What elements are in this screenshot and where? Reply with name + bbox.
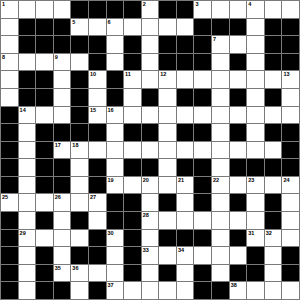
cell-10-14[interactable]: 23 (247, 177, 264, 194)
cell-16-4[interactable] (71, 282, 88, 299)
black-cell-0-5 (89, 1, 106, 18)
black-cell-16-12 (212, 282, 229, 299)
cell-5-16[interactable] (282, 89, 299, 106)
cell-16-10[interactable] (177, 282, 194, 299)
cell-6-5[interactable]: 15 (89, 107, 106, 124)
clue-number-3: 3 (195, 1, 198, 7)
cell-13-4[interactable] (71, 230, 88, 247)
cell-11-4[interactable] (71, 194, 88, 211)
black-cell-3-16 (282, 54, 299, 71)
cell-6-3[interactable] (54, 107, 71, 124)
clue-number-33: 33 (143, 247, 149, 253)
black-cell-3-13 (230, 54, 247, 71)
black-cell-15-7 (124, 265, 141, 282)
black-cell-16-3 (54, 282, 71, 299)
cell-8-11[interactable] (194, 142, 211, 159)
black-cell-2-2 (36, 36, 53, 53)
black-cell-13-5 (89, 230, 106, 247)
cell-0-15[interactable] (265, 1, 282, 18)
clue-number-6: 6 (108, 19, 111, 25)
cell-1-5[interactable] (89, 19, 106, 36)
cell-11-8[interactable] (142, 194, 159, 211)
cell-16-15[interactable] (265, 282, 282, 299)
cell-11-0[interactable]: 25 (1, 194, 18, 211)
clue-number-21: 21 (178, 177, 184, 183)
black-cell-2-16 (282, 36, 299, 53)
cell-15-10[interactable] (177, 265, 194, 282)
cell-11-12[interactable] (212, 194, 229, 211)
cell-6-13[interactable] (230, 107, 247, 124)
black-cell-3-15 (265, 54, 282, 71)
black-cell-2-10 (177, 36, 194, 53)
black-cell-3-5 (89, 54, 106, 71)
cell-10-7[interactable] (124, 177, 141, 194)
black-cell-9-8 (142, 159, 159, 176)
black-cell-8-0 (1, 142, 18, 159)
clue-number-12: 12 (160, 71, 166, 77)
clue-number-1: 1 (2, 1, 5, 7)
cell-0-3[interactable] (54, 1, 71, 18)
cell-4-10[interactable] (177, 71, 194, 88)
cell-4-5[interactable]: 10 (89, 71, 106, 88)
cell-5-0[interactable] (1, 89, 18, 106)
cell-2-14[interactable] (247, 36, 264, 53)
black-cell-11-15 (265, 194, 282, 211)
cell-13-6[interactable]: 30 (107, 230, 124, 247)
black-cell-0-7 (124, 1, 141, 18)
black-cell-5-2 (36, 89, 53, 106)
cell-8-5[interactable] (89, 142, 106, 159)
black-cell-5-4 (71, 89, 88, 106)
cell-6-1[interactable]: 14 (19, 107, 36, 124)
clue-number-28: 28 (143, 212, 149, 218)
cell-10-13[interactable] (230, 177, 247, 194)
cell-8-10[interactable] (177, 142, 194, 159)
cell-11-2[interactable] (36, 194, 53, 211)
cell-9-6[interactable] (107, 159, 124, 176)
black-cell-2-11 (194, 36, 211, 53)
black-cell-12-2 (36, 212, 53, 229)
cell-3-8[interactable] (142, 54, 159, 71)
cell-14-1[interactable] (19, 247, 36, 264)
cell-15-12[interactable] (212, 265, 229, 282)
cell-13-16[interactable] (282, 230, 299, 247)
clue-number-34: 34 (178, 247, 184, 253)
black-cell-13-0 (1, 230, 18, 247)
cell-16-8[interactable] (142, 282, 159, 299)
black-cell-14-16 (282, 247, 299, 264)
black-cell-7-0 (1, 124, 18, 141)
black-cell-7-15 (265, 124, 282, 141)
cell-4-7[interactable]: 11 (124, 71, 141, 88)
cell-3-0[interactable]: 8 (1, 54, 18, 71)
black-cell-6-4 (71, 107, 88, 124)
black-cell-11-9 (159, 194, 176, 211)
black-cell-7-11 (194, 124, 211, 141)
black-cell-9-10 (177, 159, 194, 176)
cell-14-10[interactable]: 34 (177, 247, 194, 264)
cell-16-13[interactable]: 38 (230, 282, 247, 299)
cell-15-3[interactable]: 35 (54, 265, 71, 282)
cell-8-7[interactable] (124, 142, 141, 159)
clue-number-32: 32 (266, 230, 272, 236)
clue-number-26: 26 (55, 194, 61, 200)
cell-13-8[interactable] (142, 230, 159, 247)
black-cell-5-6 (107, 89, 124, 106)
cell-0-12[interactable] (212, 1, 229, 18)
cell-3-2[interactable] (36, 54, 53, 71)
cell-1-8[interactable] (142, 19, 159, 36)
cell-5-3[interactable] (54, 89, 71, 106)
clue-number-14: 14 (20, 107, 26, 113)
cell-12-3[interactable] (54, 212, 71, 229)
cell-2-13[interactable] (230, 36, 247, 53)
black-cell-12-15 (265, 212, 282, 229)
cell-6-10[interactable] (177, 107, 194, 124)
cell-12-8[interactable]: 28 (142, 212, 159, 229)
clue-number-23: 23 (248, 177, 254, 183)
clue-number-29: 29 (20, 230, 26, 236)
black-cell-9-14 (247, 159, 264, 176)
clue-number-13: 13 (283, 71, 289, 77)
cell-1-9[interactable] (159, 19, 176, 36)
black-cell-5-11 (194, 89, 211, 106)
cell-5-9[interactable] (159, 89, 176, 106)
cell-6-8[interactable] (142, 107, 159, 124)
black-cell-10-5 (89, 177, 106, 194)
cell-8-8[interactable] (142, 142, 159, 159)
cell-4-8[interactable] (142, 71, 159, 88)
cell-15-8[interactable] (142, 265, 159, 282)
cell-13-14[interactable]: 31 (247, 230, 264, 247)
clue-number-37: 37 (108, 282, 114, 288)
cell-10-15[interactable] (265, 177, 282, 194)
cell-8-14[interactable] (247, 142, 264, 159)
black-cell-14-5 (89, 247, 106, 264)
cell-7-12[interactable] (212, 124, 229, 141)
cell-8-6[interactable] (107, 142, 124, 159)
cell-8-15[interactable] (265, 142, 282, 159)
clue-number-24: 24 (283, 177, 289, 183)
black-cell-13-9 (159, 230, 176, 247)
clue-number-17: 17 (55, 142, 61, 148)
cell-1-7[interactable] (124, 19, 141, 36)
cell-12-1[interactable] (19, 212, 36, 229)
cell-9-4[interactable] (71, 159, 88, 176)
black-cell-15-2 (36, 265, 53, 282)
cell-12-12[interactable] (212, 212, 229, 229)
clue-number-22: 22 (213, 177, 219, 183)
cell-3-3[interactable]: 9 (54, 54, 71, 71)
cell-6-15[interactable] (265, 107, 282, 124)
black-cell-5-1 (19, 89, 36, 106)
cell-9-1[interactable] (19, 159, 36, 176)
cell-0-13[interactable] (230, 1, 247, 18)
black-cell-15-16 (282, 265, 299, 282)
cell-16-6[interactable]: 37 (107, 282, 124, 299)
cell-14-13[interactable] (230, 247, 247, 264)
black-cell-10-11 (194, 177, 211, 194)
cell-11-10[interactable] (177, 194, 194, 211)
cell-6-11[interactable] (194, 107, 211, 124)
cell-0-1[interactable] (19, 1, 36, 18)
cell-10-16[interactable]: 24 (282, 177, 299, 194)
cell-14-12[interactable] (212, 247, 229, 264)
black-cell-16-11 (194, 282, 211, 299)
cell-1-0[interactable] (1, 19, 18, 36)
black-cell-9-5 (89, 159, 106, 176)
cell-4-9[interactable]: 12 (159, 71, 176, 88)
black-cell-3-7 (124, 54, 141, 71)
black-cell-3-11 (194, 54, 211, 71)
cell-11-5[interactable]: 27 (89, 194, 106, 211)
cell-5-14[interactable] (247, 89, 264, 106)
black-cell-12-7 (124, 212, 141, 229)
cell-14-3[interactable] (54, 247, 71, 264)
cell-10-12[interactable]: 22 (212, 177, 229, 194)
clue-number-8: 8 (2, 54, 5, 60)
cell-10-1[interactable] (19, 177, 36, 194)
clue-number-30: 30 (108, 230, 114, 236)
cell-13-15[interactable]: 32 (265, 230, 282, 247)
black-cell-0-6 (107, 1, 124, 18)
black-cell-2-15 (265, 36, 282, 53)
black-cell-0-9 (159, 1, 176, 18)
black-cell-1-15 (265, 19, 282, 36)
black-cell-13-10 (177, 230, 194, 247)
cell-4-0[interactable] (1, 71, 18, 88)
cell-15-1[interactable] (19, 265, 36, 282)
cell-4-11[interactable] (194, 71, 211, 88)
cell-0-14[interactable]: 4 (247, 1, 264, 18)
cell-1-14[interactable] (247, 19, 264, 36)
cell-11-3[interactable]: 26 (54, 194, 71, 211)
cell-5-12[interactable] (212, 89, 229, 106)
cell-10-6[interactable]: 19 (107, 177, 124, 194)
cell-4-16[interactable]: 13 (282, 71, 299, 88)
cell-8-1[interactable] (19, 142, 36, 159)
cell-9-12[interactable] (212, 159, 229, 176)
black-cell-9-11 (194, 159, 211, 176)
cell-4-12[interactable] (212, 71, 229, 88)
cell-2-0[interactable] (1, 36, 18, 53)
cell-4-13[interactable] (230, 71, 247, 88)
cell-2-12[interactable]: 7 (212, 36, 229, 53)
cell-15-5[interactable] (89, 265, 106, 282)
black-cell-1-11 (194, 19, 211, 36)
clue-number-16: 16 (108, 107, 114, 113)
black-cell-14-2 (36, 247, 53, 264)
cell-15-15[interactable] (265, 265, 282, 282)
black-cell-15-9 (159, 265, 176, 282)
black-cell-16-5 (89, 282, 106, 299)
cell-0-11[interactable]: 3 (194, 1, 211, 18)
cell-9-9[interactable] (159, 159, 176, 176)
cell-6-14[interactable] (247, 107, 264, 124)
black-cell-7-2 (36, 124, 53, 141)
cell-12-14[interactable] (247, 212, 264, 229)
cell-3-12[interactable] (212, 54, 229, 71)
cell-12-9[interactable] (159, 212, 176, 229)
clue-number-9: 9 (55, 54, 58, 60)
cell-15-6[interactable] (107, 265, 124, 282)
black-cell-15-14 (247, 265, 264, 282)
black-cell-4-6 (107, 71, 124, 88)
cell-6-2[interactable] (36, 107, 53, 124)
black-cell-6-0 (1, 107, 18, 124)
cell-14-15[interactable] (265, 247, 282, 264)
black-cell-1-16 (282, 19, 299, 36)
black-cell-11-13 (230, 194, 247, 211)
black-cell-13-7 (124, 230, 141, 247)
clue-number-18: 18 (72, 142, 78, 148)
black-cell-1-3 (54, 19, 71, 36)
cell-10-9[interactable] (159, 177, 176, 194)
cell-1-4[interactable]: 5 (71, 19, 88, 36)
cell-6-6[interactable]: 16 (107, 107, 124, 124)
black-cell-10-0 (1, 177, 18, 194)
cell-0-16[interactable] (282, 1, 299, 18)
cell-2-6[interactable] (107, 36, 124, 53)
clue-number-4: 4 (248, 1, 251, 7)
black-cell-7-4 (71, 124, 88, 141)
cell-3-1[interactable] (19, 54, 36, 71)
cell-11-16[interactable] (282, 194, 299, 211)
cell-7-1[interactable] (19, 124, 36, 141)
black-cell-1-1 (19, 19, 36, 36)
black-cell-9-15 (265, 159, 282, 176)
cell-4-14[interactable] (247, 71, 264, 88)
black-cell-7-5 (89, 124, 106, 141)
cell-14-6[interactable] (107, 247, 124, 264)
black-cell-13-11 (194, 230, 211, 247)
cell-3-4[interactable] (71, 54, 88, 71)
black-cell-12-6 (107, 212, 124, 229)
clue-number-36: 36 (72, 265, 78, 271)
cell-16-16[interactable] (282, 282, 299, 299)
cell-16-14[interactable] (247, 282, 264, 299)
black-cell-11-11 (194, 194, 211, 211)
cell-13-12[interactable] (212, 230, 229, 247)
cell-2-8[interactable] (142, 36, 159, 53)
cell-16-1[interactable] (19, 282, 36, 299)
cell-1-10[interactable] (177, 19, 194, 36)
cell-8-4[interactable]: 18 (71, 142, 88, 159)
clue-number-38: 38 (231, 282, 237, 288)
black-cell-4-2 (36, 71, 53, 88)
black-cell-14-14 (247, 247, 264, 264)
black-cell-3-10 (177, 54, 194, 71)
cell-8-13[interactable] (230, 142, 247, 159)
cell-6-12[interactable] (212, 107, 229, 124)
black-cell-2-1 (19, 36, 36, 53)
cell-8-3[interactable]: 17 (54, 142, 71, 159)
black-cell-11-7 (124, 194, 141, 211)
black-cell-7-13 (230, 124, 247, 141)
cell-13-3[interactable] (54, 230, 71, 247)
cell-0-2[interactable] (36, 1, 53, 18)
black-cell-2-9 (159, 36, 176, 53)
cell-4-3[interactable] (54, 71, 71, 88)
cell-7-6[interactable] (107, 124, 124, 141)
black-cell-0-10 (177, 1, 194, 18)
clue-number-27: 27 (90, 194, 96, 200)
cell-15-4[interactable]: 36 (71, 265, 88, 282)
clue-number-11: 11 (125, 71, 131, 77)
black-cell-10-3 (54, 177, 71, 194)
cell-0-8[interactable]: 2 (142, 1, 159, 18)
cell-13-1[interactable]: 29 (19, 230, 36, 247)
cell-8-9[interactable] (159, 142, 176, 159)
cell-6-9[interactable] (159, 107, 176, 124)
black-cell-5-15 (265, 89, 282, 106)
black-cell-15-11 (194, 265, 211, 282)
clue-number-20: 20 (143, 177, 149, 183)
clue-number-31: 31 (248, 230, 254, 236)
black-cell-9-0 (1, 159, 18, 176)
cell-12-5[interactable] (89, 212, 106, 229)
black-cell-1-13 (230, 19, 247, 36)
clue-number-35: 35 (55, 265, 61, 271)
cell-14-8[interactable]: 33 (142, 247, 159, 264)
black-cell-2-7 (124, 36, 141, 53)
cell-6-7[interactable] (124, 107, 141, 124)
black-cell-5-8 (142, 89, 159, 106)
cell-3-6[interactable] (107, 54, 124, 71)
black-cell-16-0 (1, 282, 18, 299)
cell-8-12[interactable] (212, 142, 229, 159)
clue-number-15: 15 (90, 107, 96, 113)
cell-10-4[interactable] (71, 177, 88, 194)
cell-14-11[interactable] (194, 247, 211, 264)
cell-12-10[interactable] (177, 212, 194, 229)
black-cell-8-2 (36, 142, 53, 159)
cell-13-2[interactable] (36, 230, 53, 247)
cell-11-1[interactable] (19, 194, 36, 211)
cell-10-10[interactable]: 21 (177, 177, 194, 194)
cell-10-8[interactable]: 20 (142, 177, 159, 194)
black-cell-5-10 (177, 89, 194, 106)
black-cell-13-13 (230, 230, 247, 247)
cell-16-9[interactable] (159, 282, 176, 299)
black-cell-15-13 (230, 265, 247, 282)
cell-4-15[interactable] (265, 71, 282, 88)
cell-3-14[interactable] (247, 54, 264, 71)
cell-12-13[interactable] (230, 212, 247, 229)
cell-5-5[interactable] (89, 89, 106, 106)
cell-1-6[interactable]: 6 (107, 19, 124, 36)
cell-0-0[interactable]: 1 (1, 1, 18, 18)
cell-5-7[interactable] (124, 89, 141, 106)
black-cell-8-16 (282, 142, 299, 159)
cell-14-9[interactable] (159, 247, 176, 264)
clue-number-5: 5 (72, 19, 75, 25)
cell-11-14[interactable] (247, 194, 264, 211)
clue-number-25: 25 (2, 194, 8, 200)
cell-7-9[interactable] (159, 124, 176, 141)
black-cell-14-0 (1, 247, 18, 264)
black-cell-7-8 (142, 124, 159, 141)
cell-6-16[interactable] (282, 107, 299, 124)
cell-16-7[interactable] (124, 282, 141, 299)
black-cell-5-13 (230, 89, 247, 106)
black-cell-7-7 (124, 124, 141, 141)
cell-7-14[interactable] (247, 124, 264, 141)
cell-12-16[interactable] (282, 212, 299, 229)
black-cell-7-16 (282, 124, 299, 141)
cell-12-11[interactable] (194, 212, 211, 229)
black-cell-2-3 (54, 36, 71, 53)
